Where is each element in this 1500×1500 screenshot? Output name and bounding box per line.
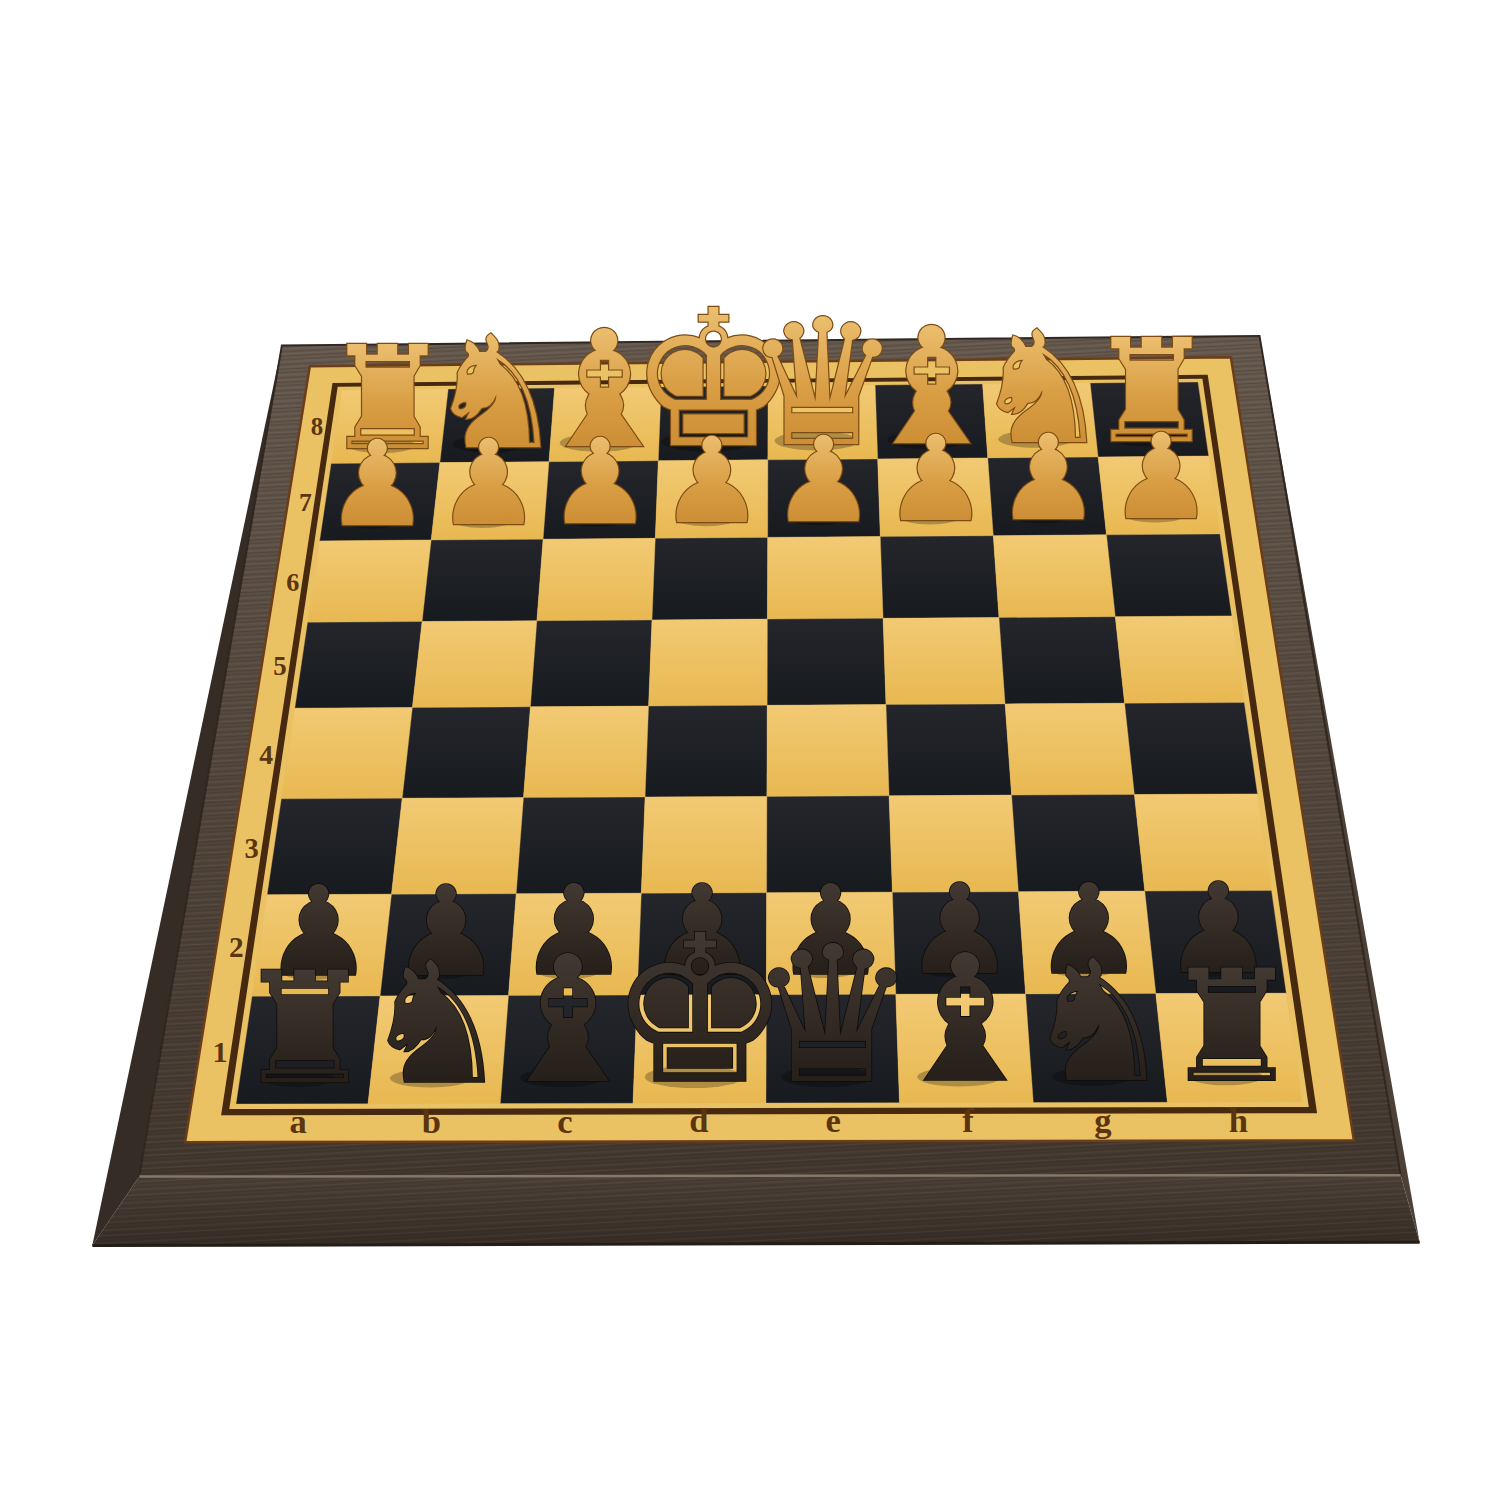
square-c5: [530, 620, 652, 707]
square-d4: [645, 705, 767, 797]
chess-set-photo: 87654321abcdefgh♜♞♝♚♛♝♞♜♟♟♟♟♟♟♟♟♟♟♟♟♟♟♟♟…: [0, 0, 1500, 1500]
square-c4: [524, 706, 649, 798]
square-e5: [767, 618, 886, 705]
chessboard: 87654321abcdefgh♜♞♝♚♛♝♞♜♟♟♟♟♟♟♟♟♟♟♟♟♟♟♟♟…: [0, 0, 1500, 1500]
piece-black-rook-a1: ♜: [236, 939, 374, 1118]
rank-label-7: 7: [299, 488, 312, 517]
piece-white-pawn-h7: ♟: [1108, 408, 1214, 546]
square-h4: [1125, 703, 1258, 795]
rank-label-5: 5: [273, 651, 286, 681]
piece-white-pawn-f7: ♟: [883, 410, 989, 548]
rank-label-8: 8: [311, 413, 323, 440]
square-a5: [295, 622, 422, 709]
piece-white-pawn-a7: ♟: [325, 415, 431, 553]
piece-black-bishop-f1: ♝: [887, 917, 1044, 1121]
piece-white-pawn-b7: ♟: [436, 414, 542, 552]
rank-label-4: 4: [259, 739, 273, 770]
piece-black-knight-g1: ♞: [1023, 924, 1174, 1120]
square-b4: [402, 707, 530, 798]
square-a4: [281, 708, 412, 799]
piece-white-pawn-e7: ♟: [771, 411, 877, 549]
square-g5: [999, 617, 1125, 704]
rank-label-3: 3: [245, 833, 259, 864]
piece-white-pawn-c7: ♟: [547, 413, 653, 551]
rank-label-1: 1: [212, 1035, 227, 1069]
square-d5: [649, 619, 768, 706]
rank-label-6: 6: [286, 568, 299, 597]
piece-black-rook-h1: ♜: [1163, 937, 1301, 1116]
square-g4: [1005, 703, 1134, 795]
square-e4: [767, 705, 889, 797]
square-h5: [1115, 616, 1244, 703]
square-f4: [886, 704, 1012, 796]
piece-white-pawn-d7: ♟: [659, 412, 765, 550]
piece-white-pawn-g7: ♟: [996, 409, 1102, 547]
square-b5: [412, 621, 537, 708]
square-f5: [883, 618, 1005, 705]
